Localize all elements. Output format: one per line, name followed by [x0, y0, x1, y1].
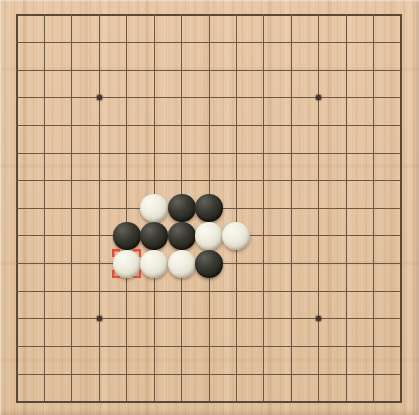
grid-line-vertical [181, 14, 182, 403]
grid-line-horizontal [16, 180, 402, 181]
white-stone [140, 194, 168, 222]
grid-line-horizontal [16, 14, 402, 16]
white-stone [195, 222, 223, 250]
white-stone [140, 250, 168, 278]
grid-line-horizontal [16, 346, 402, 347]
grid-line-vertical [154, 14, 155, 403]
white-stone [168, 250, 196, 278]
white-stone [222, 222, 250, 250]
grid-line-horizontal [16, 208, 402, 209]
grid-line-vertical [126, 14, 127, 403]
grid-line-vertical [291, 14, 292, 403]
grid-line-vertical [373, 14, 374, 403]
hoshi-layer [0, 0, 419, 415]
grid-line-vertical [318, 14, 319, 403]
grid-line-horizontal [16, 125, 402, 126]
black-stone [195, 194, 223, 222]
grid-line-vertical [71, 14, 72, 403]
grid-line-horizontal [16, 263, 402, 264]
grid-line-horizontal [16, 70, 402, 71]
screenshot [0, 0, 419, 415]
grid-line-vertical [99, 14, 100, 403]
grid-line-vertical [16, 14, 18, 403]
grid-line-horizontal [16, 153, 402, 154]
grid-line-horizontal [16, 97, 402, 98]
grid-line-vertical [209, 14, 210, 403]
black-stone [113, 222, 141, 250]
grid-line-horizontal [16, 318, 402, 319]
star-point [316, 316, 321, 321]
black-stone [168, 194, 196, 222]
grid-line-vertical [44, 14, 45, 403]
black-stone [195, 250, 223, 278]
grid-line-horizontal [16, 42, 402, 43]
grid-line-vertical [400, 14, 402, 403]
star-point [316, 95, 321, 100]
black-stone [140, 222, 168, 250]
goban[interactable] [0, 0, 419, 415]
grid-line-vertical [346, 14, 347, 403]
black-stone [168, 222, 196, 250]
grid-line-horizontal [16, 235, 402, 236]
grid-line-vertical [236, 14, 237, 403]
grid-line-vertical [263, 14, 264, 403]
white-stone [113, 250, 141, 278]
grid-line-horizontal [16, 374, 402, 375]
star-point [207, 206, 212, 211]
last-move-marker [112, 249, 141, 278]
grid-line-horizontal [16, 291, 402, 292]
grid-lines [0, 0, 419, 415]
stones-layer [0, 0, 419, 415]
star-point [97, 316, 102, 321]
grid-line-horizontal [16, 401, 402, 403]
star-point [97, 95, 102, 100]
